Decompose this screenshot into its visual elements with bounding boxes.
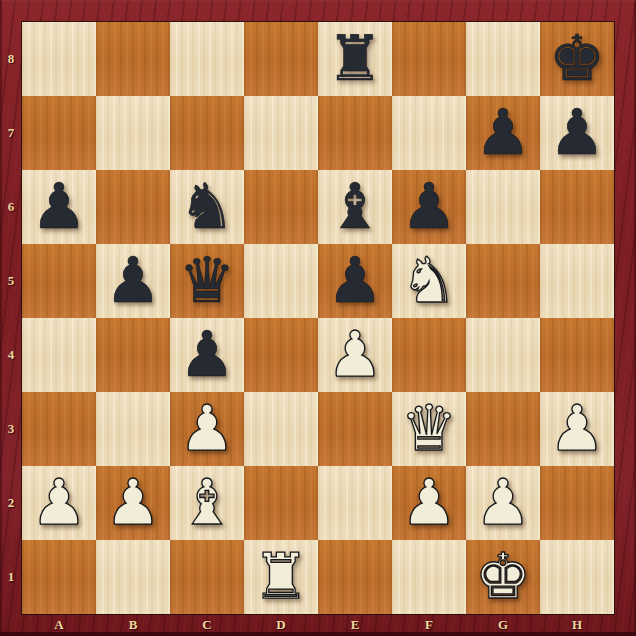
white-pawn-b2[interactable]: ♟ — [105, 466, 161, 540]
rank-label-6: 6 — [0, 170, 22, 244]
square-b1[interactable] — [96, 540, 170, 614]
rank-label-3: 3 — [0, 392, 22, 466]
square-d5[interactable] — [244, 244, 318, 318]
square-c4[interactable]: ♟ — [170, 318, 244, 392]
square-h2[interactable] — [540, 466, 614, 540]
white-rook-d1[interactable]: ♜ — [253, 540, 309, 614]
square-e7[interactable] — [318, 96, 392, 170]
chess-board-frame: 87654321 ABCDEFGH ♜♚♟♟♟♞♝♟♟♛♟♞♟♟♟♛♟♟♟♝♟♟… — [0, 0, 636, 636]
white-pawn-f2[interactable]: ♟ — [401, 466, 457, 540]
black-pawn-a6[interactable]: ♟ — [31, 170, 87, 244]
square-d8[interactable] — [244, 22, 318, 96]
square-c6[interactable]: ♞ — [170, 170, 244, 244]
rank-labels: 87654321 — [0, 22, 22, 614]
square-d2[interactable] — [244, 466, 318, 540]
file-label-a: A — [22, 614, 96, 636]
square-f3[interactable]: ♛ — [392, 392, 466, 466]
square-g8[interactable] — [466, 22, 540, 96]
square-g3[interactable] — [466, 392, 540, 466]
white-pawn-e4[interactable]: ♟ — [327, 318, 383, 392]
file-label-b: B — [96, 614, 170, 636]
square-g5[interactable] — [466, 244, 540, 318]
square-d1[interactable]: ♜ — [244, 540, 318, 614]
square-b3[interactable] — [96, 392, 170, 466]
square-c8[interactable] — [170, 22, 244, 96]
square-d7[interactable] — [244, 96, 318, 170]
square-a3[interactable] — [22, 392, 96, 466]
square-b8[interactable] — [96, 22, 170, 96]
black-queen-c5[interactable]: ♛ — [179, 244, 235, 318]
square-h1[interactable] — [540, 540, 614, 614]
square-b5[interactable]: ♟ — [96, 244, 170, 318]
black-pawn-e5[interactable]: ♟ — [327, 244, 383, 318]
square-c5[interactable]: ♛ — [170, 244, 244, 318]
file-label-g: G — [466, 614, 540, 636]
square-e3[interactable] — [318, 392, 392, 466]
square-h4[interactable] — [540, 318, 614, 392]
square-f5[interactable]: ♞ — [392, 244, 466, 318]
square-f1[interactable] — [392, 540, 466, 614]
black-knight-c6[interactable]: ♞ — [179, 170, 235, 244]
square-d6[interactable] — [244, 170, 318, 244]
white-pawn-c3[interactable]: ♟ — [179, 392, 235, 466]
square-e8[interactable]: ♜ — [318, 22, 392, 96]
white-knight-f5[interactable]: ♞ — [401, 244, 457, 318]
black-pawn-h7[interactable]: ♟ — [549, 96, 605, 170]
square-c7[interactable] — [170, 96, 244, 170]
square-g6[interactable] — [466, 170, 540, 244]
square-e5[interactable]: ♟ — [318, 244, 392, 318]
white-pawn-g2[interactable]: ♟ — [475, 466, 531, 540]
square-a6[interactable]: ♟ — [22, 170, 96, 244]
square-a7[interactable] — [22, 96, 96, 170]
square-a4[interactable] — [22, 318, 96, 392]
file-label-c: C — [170, 614, 244, 636]
black-bishop-e6[interactable]: ♝ — [327, 170, 383, 244]
file-label-e: E — [318, 614, 392, 636]
square-g2[interactable]: ♟ — [466, 466, 540, 540]
square-a5[interactable] — [22, 244, 96, 318]
square-f6[interactable]: ♟ — [392, 170, 466, 244]
square-h8[interactable]: ♚ — [540, 22, 614, 96]
square-g1[interactable]: ♚ — [466, 540, 540, 614]
black-pawn-f6[interactable]: ♟ — [401, 170, 457, 244]
rank-label-8: 8 — [0, 22, 22, 96]
rank-label-2: 2 — [0, 466, 22, 540]
square-e6[interactable]: ♝ — [318, 170, 392, 244]
square-b7[interactable] — [96, 96, 170, 170]
square-a2[interactable]: ♟ — [22, 466, 96, 540]
square-g4[interactable] — [466, 318, 540, 392]
square-b6[interactable] — [96, 170, 170, 244]
rank-label-7: 7 — [0, 96, 22, 170]
white-pawn-a2[interactable]: ♟ — [31, 466, 87, 540]
square-c1[interactable] — [170, 540, 244, 614]
square-e1[interactable] — [318, 540, 392, 614]
square-b4[interactable] — [96, 318, 170, 392]
white-king-g1[interactable]: ♚ — [475, 540, 531, 614]
square-h6[interactable] — [540, 170, 614, 244]
file-labels: ABCDEFGH — [22, 614, 614, 636]
black-pawn-g7[interactable]: ♟ — [475, 96, 531, 170]
square-d4[interactable] — [244, 318, 318, 392]
square-h3[interactable]: ♟ — [540, 392, 614, 466]
square-c3[interactable]: ♟ — [170, 392, 244, 466]
square-e2[interactable] — [318, 466, 392, 540]
square-f7[interactable] — [392, 96, 466, 170]
square-c2[interactable]: ♝ — [170, 466, 244, 540]
rank-label-1: 1 — [0, 540, 22, 614]
square-f4[interactable] — [392, 318, 466, 392]
square-g7[interactable]: ♟ — [466, 96, 540, 170]
square-f8[interactable] — [392, 22, 466, 96]
square-a1[interactable] — [22, 540, 96, 614]
rank-label-4: 4 — [0, 318, 22, 392]
square-b2[interactable]: ♟ — [96, 466, 170, 540]
black-rook-e8[interactable]: ♜ — [327, 22, 383, 96]
white-pawn-h3[interactable]: ♟ — [549, 392, 605, 466]
chess-board: ♜♚♟♟♟♞♝♟♟♛♟♞♟♟♟♛♟♟♟♝♟♟♜♚ — [22, 22, 614, 614]
file-label-f: F — [392, 614, 466, 636]
rank-label-5: 5 — [0, 244, 22, 318]
white-queen-f3[interactable]: ♛ — [401, 392, 457, 466]
file-label-h: H — [540, 614, 614, 636]
black-pawn-c4[interactable]: ♟ — [179, 318, 235, 392]
file-label-d: D — [244, 614, 318, 636]
square-h5[interactable] — [540, 244, 614, 318]
square-f2[interactable]: ♟ — [392, 466, 466, 540]
black-pawn-b5[interactable]: ♟ — [105, 244, 161, 318]
square-a8[interactable] — [22, 22, 96, 96]
square-e4[interactable]: ♟ — [318, 318, 392, 392]
white-bishop-c2[interactable]: ♝ — [179, 466, 235, 540]
black-king-h8[interactable]: ♚ — [549, 22, 605, 96]
square-h7[interactable]: ♟ — [540, 96, 614, 170]
square-d3[interactable] — [244, 392, 318, 466]
